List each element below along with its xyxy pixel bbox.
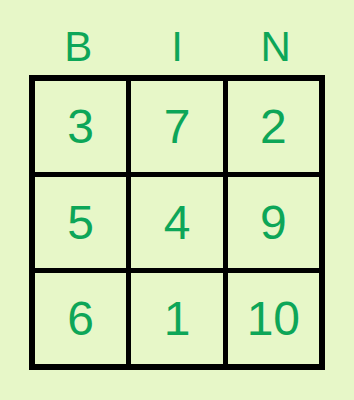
cell-r3c3[interactable]: 10: [228, 273, 319, 364]
cell-r1c3[interactable]: 2: [228, 81, 319, 172]
bingo-grid: 3 7 2 5 4 9 6 1 10: [29, 75, 325, 370]
cell-r2c1[interactable]: 5: [35, 177, 126, 268]
column-header-b: B: [29, 26, 128, 75]
column-header-i: I: [128, 26, 227, 75]
cell-r3c2[interactable]: 1: [131, 273, 222, 364]
cell-r2c3[interactable]: 9: [228, 177, 319, 268]
cell-r1c1[interactable]: 3: [35, 81, 126, 172]
column-headers: B I N: [29, 0, 325, 75]
cell-r1c2[interactable]: 7: [131, 81, 222, 172]
column-header-n: N: [226, 26, 325, 75]
cell-r3c1[interactable]: 6: [35, 273, 126, 364]
bingo-card: B I N 3 7 2 5 4 9 6 1 10: [0, 0, 354, 400]
cell-r2c2[interactable]: 4: [131, 177, 222, 268]
